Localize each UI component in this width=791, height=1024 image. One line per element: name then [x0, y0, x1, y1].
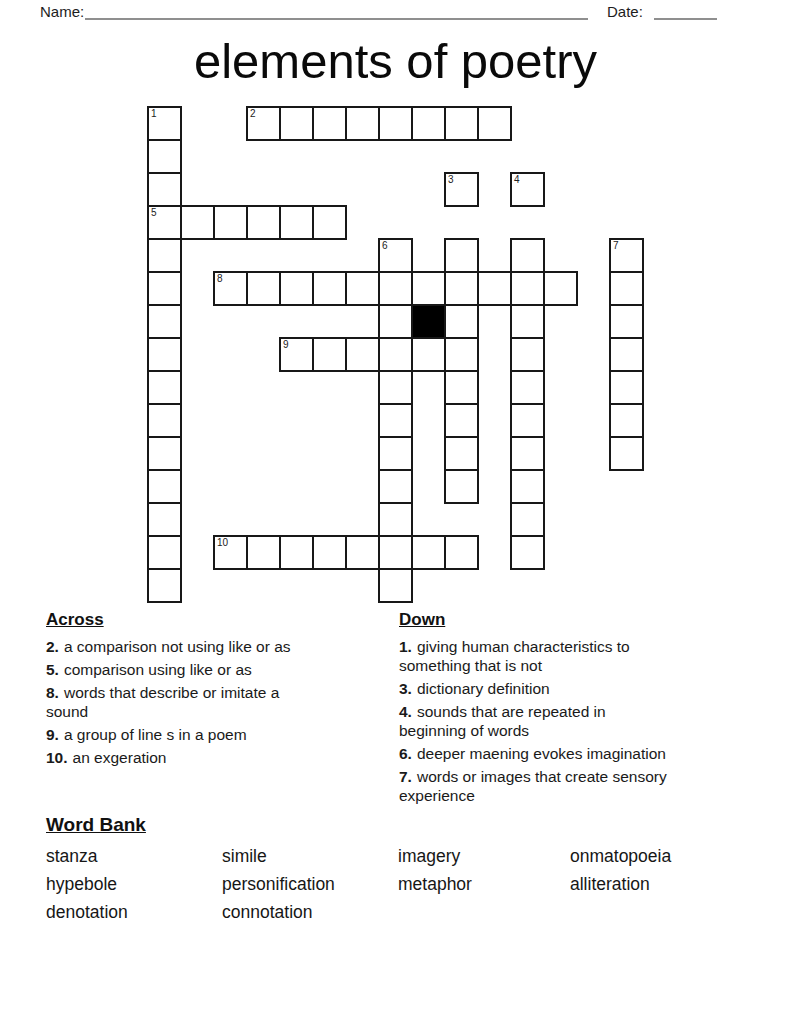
grid-cell[interactable] [345, 271, 380, 306]
grid-cell[interactable] [147, 436, 182, 471]
grid-cell[interactable] [411, 271, 446, 306]
grid-cell[interactable] [147, 403, 182, 438]
grid-cell[interactable] [378, 502, 413, 537]
grid-cell[interactable] [345, 337, 380, 372]
clue-text: giving human characteristics to somethin… [399, 638, 630, 674]
grid-cell[interactable] [378, 106, 413, 141]
clue-number: 2. [46, 638, 59, 655]
clue-number: 7. [399, 768, 412, 785]
clue-number: 9. [46, 726, 59, 743]
clue-number: 1. [399, 638, 412, 655]
grid-cell[interactable] [444, 271, 479, 306]
grid-cell[interactable]: 5 [147, 205, 182, 240]
down-clues-section: Down 1.giving human characteristics to s… [399, 610, 751, 809]
word-bank-grid: stanzasimileimageryonmatopoeiahypebolepe… [46, 846, 758, 922]
grid-cell[interactable] [147, 469, 182, 504]
black-cell [411, 304, 446, 339]
grid-cell[interactable] [510, 535, 545, 570]
grid-cell[interactable] [510, 502, 545, 537]
word-bank-item: imagery [398, 846, 570, 866]
grid-cell[interactable] [444, 535, 479, 570]
grid-cell[interactable] [411, 337, 446, 372]
grid-cell[interactable]: 6 [378, 238, 413, 273]
clue-number: 5. [46, 661, 59, 678]
grid-cell[interactable] [510, 469, 545, 504]
across-clue-list: 2.a comparison not using like or as5.com… [46, 637, 394, 767]
grid-cell[interactable] [378, 370, 413, 405]
cell-number: 4 [514, 174, 520, 185]
word-bank-item: alliteration [570, 874, 758, 894]
word-bank-item: simile [222, 846, 398, 866]
grid-cell[interactable] [411, 106, 446, 141]
clue-text: comparison using like or as [64, 661, 252, 678]
page-title: elements of poetry [0, 33, 791, 89]
name-label: Name: [40, 3, 84, 20]
grid-cell[interactable] [147, 139, 182, 174]
grid-cell[interactable] [609, 403, 644, 438]
grid-cell[interactable] [246, 271, 281, 306]
word-bank-empty [570, 902, 758, 922]
word-bank-section: Word Bank stanzasimileimageryonmatopoeia… [46, 814, 758, 922]
grid-cell[interactable] [345, 535, 380, 570]
grid-cell[interactable] [411, 535, 446, 570]
grid-cell[interactable]: 2 [246, 106, 281, 141]
grid-cell[interactable] [312, 535, 347, 570]
word-bank-item: stanza [46, 846, 222, 866]
word-bank-heading: Word Bank [46, 814, 758, 836]
grid-cell[interactable] [312, 106, 347, 141]
down-clue-6: 6.deeper maening evokes imagination [399, 744, 751, 763]
grid-cell[interactable] [147, 172, 182, 207]
grid-cell[interactable] [510, 271, 545, 306]
grid-cell[interactable] [477, 271, 512, 306]
grid-cell[interactable] [510, 238, 545, 273]
word-bank-item: personification [222, 874, 398, 894]
grid-cell[interactable] [378, 535, 413, 570]
grid-cell[interactable] [444, 337, 479, 372]
grid-cell[interactable] [444, 106, 479, 141]
grid-cell[interactable] [312, 205, 347, 240]
grid-cell[interactable] [510, 337, 545, 372]
across-heading: Across [46, 610, 394, 629]
across-clue-9: 9.a group of line s in a poem [46, 725, 394, 744]
cell-number: 10 [217, 537, 228, 548]
grid-cell[interactable] [279, 535, 314, 570]
word-bank-item: onmatopoeia [570, 846, 758, 866]
cell-number: 6 [382, 240, 388, 251]
word-bank-item: hypebole [46, 874, 222, 894]
down-clue-list: 1.giving human characteristics to someth… [399, 637, 751, 805]
down-heading: Down [399, 610, 751, 629]
grid-cell[interactable] [477, 106, 512, 141]
clue-number: 3. [399, 680, 412, 697]
name-input-line[interactable] [85, 18, 588, 20]
cell-number: 2 [250, 108, 256, 119]
grid-cell[interactable] [180, 205, 215, 240]
clue-number: 6. [399, 745, 412, 762]
grid-cell[interactable] [312, 271, 347, 306]
clue-text: sounds that are repeated in beginning of… [399, 703, 606, 739]
across-clue-8: 8.words that describe or imitate a sound [46, 683, 394, 721]
grid-cell[interactable] [147, 337, 182, 372]
grid-cell[interactable] [279, 205, 314, 240]
grid-cell[interactable] [609, 304, 644, 339]
cell-number: 3 [448, 174, 454, 185]
grid-cell[interactable] [147, 370, 182, 405]
clue-text: deeper maening evokes imagination [417, 745, 666, 762]
date-input-line[interactable] [654, 18, 717, 20]
word-bank-item: connotation [222, 902, 398, 922]
grid-cell[interactable] [510, 304, 545, 339]
clue-text: a comparison not using like or as [64, 638, 291, 655]
grid-cell[interactable] [444, 238, 479, 273]
grid-cell[interactable]: 10 [213, 535, 248, 570]
grid-cell[interactable] [510, 436, 545, 471]
across-clue-2: 2.a comparison not using like or as [46, 637, 394, 656]
cell-number: 8 [217, 273, 223, 284]
grid-cell[interactable] [147, 535, 182, 570]
grid-cell[interactable] [246, 205, 281, 240]
grid-cell[interactable] [609, 271, 644, 306]
grid-cell[interactable] [147, 502, 182, 537]
grid-cell[interactable] [609, 370, 644, 405]
clue-text: an exgeration [73, 749, 167, 766]
clue-text: words that describe or imitate a sound [46, 684, 279, 720]
crossword-grid: 12345678910 [147, 106, 647, 606]
grid-cell[interactable] [147, 271, 182, 306]
grid-cell[interactable] [378, 469, 413, 504]
across-clues-section: Across 2.a comparison not using like or … [46, 610, 394, 771]
down-clue-1: 1.giving human characteristics to someth… [399, 637, 751, 675]
cell-number: 9 [283, 339, 289, 350]
grid-cell[interactable] [378, 271, 413, 306]
grid-cell[interactable]: 3 [444, 172, 479, 207]
grid-cell[interactable] [147, 238, 182, 273]
grid-cell[interactable] [609, 337, 644, 372]
grid-cell[interactable] [147, 568, 182, 603]
grid-cell[interactable] [345, 106, 380, 141]
grid-cell[interactable]: 4 [510, 172, 545, 207]
down-clue-3: 3.dictionary definition [399, 679, 751, 698]
grid-cell[interactable]: 1 [147, 106, 182, 141]
grid-cell[interactable]: 9 [279, 337, 314, 372]
down-clue-4: 4.sounds that are repeated in beginning … [399, 702, 751, 740]
clue-number: 4. [399, 703, 412, 720]
grid-cell[interactable] [246, 535, 281, 570]
word-bank-empty [398, 902, 570, 922]
grid-cell[interactable] [444, 370, 479, 405]
cell-number: 1 [151, 108, 157, 119]
grid-cell[interactable] [543, 271, 578, 306]
grid-cell[interactable] [378, 337, 413, 372]
date-label: Date: [607, 3, 643, 20]
word-bank-item: denotation [46, 902, 222, 922]
grid-cell[interactable] [147, 304, 182, 339]
grid-cell[interactable] [444, 436, 479, 471]
grid-cell[interactable] [213, 205, 248, 240]
clue-number: 10. [46, 749, 68, 766]
clue-number: 8. [46, 684, 59, 701]
grid-cell[interactable] [312, 337, 347, 372]
grid-cell[interactable] [444, 304, 479, 339]
grid-cell[interactable] [444, 403, 479, 438]
word-bank-item: metaphor [398, 874, 570, 894]
clue-text: words or images that create sensory expe… [399, 768, 667, 804]
grid-cell[interactable] [510, 370, 545, 405]
grid-cell[interactable] [378, 568, 413, 603]
grid-cell[interactable] [279, 271, 314, 306]
grid-cell[interactable] [378, 403, 413, 438]
grid-cell[interactable] [378, 436, 413, 471]
clue-text: dictionary definition [417, 680, 550, 697]
grid-cell[interactable]: 8 [213, 271, 248, 306]
across-clue-5: 5.comparison using like or as [46, 660, 394, 679]
down-clue-7: 7.words or images that create sensory ex… [399, 767, 751, 805]
grid-cell[interactable] [609, 436, 644, 471]
clue-text: a group of line s in a poem [64, 726, 247, 743]
grid-cell[interactable] [444, 469, 479, 504]
grid-cell[interactable] [378, 304, 413, 339]
cell-number: 7 [613, 240, 619, 251]
across-clue-10: 10.an exgeration [46, 748, 394, 767]
grid-cell[interactable] [279, 106, 314, 141]
cell-number: 5 [151, 207, 157, 218]
grid-cell[interactable] [510, 403, 545, 438]
grid-cell[interactable]: 7 [609, 238, 644, 273]
